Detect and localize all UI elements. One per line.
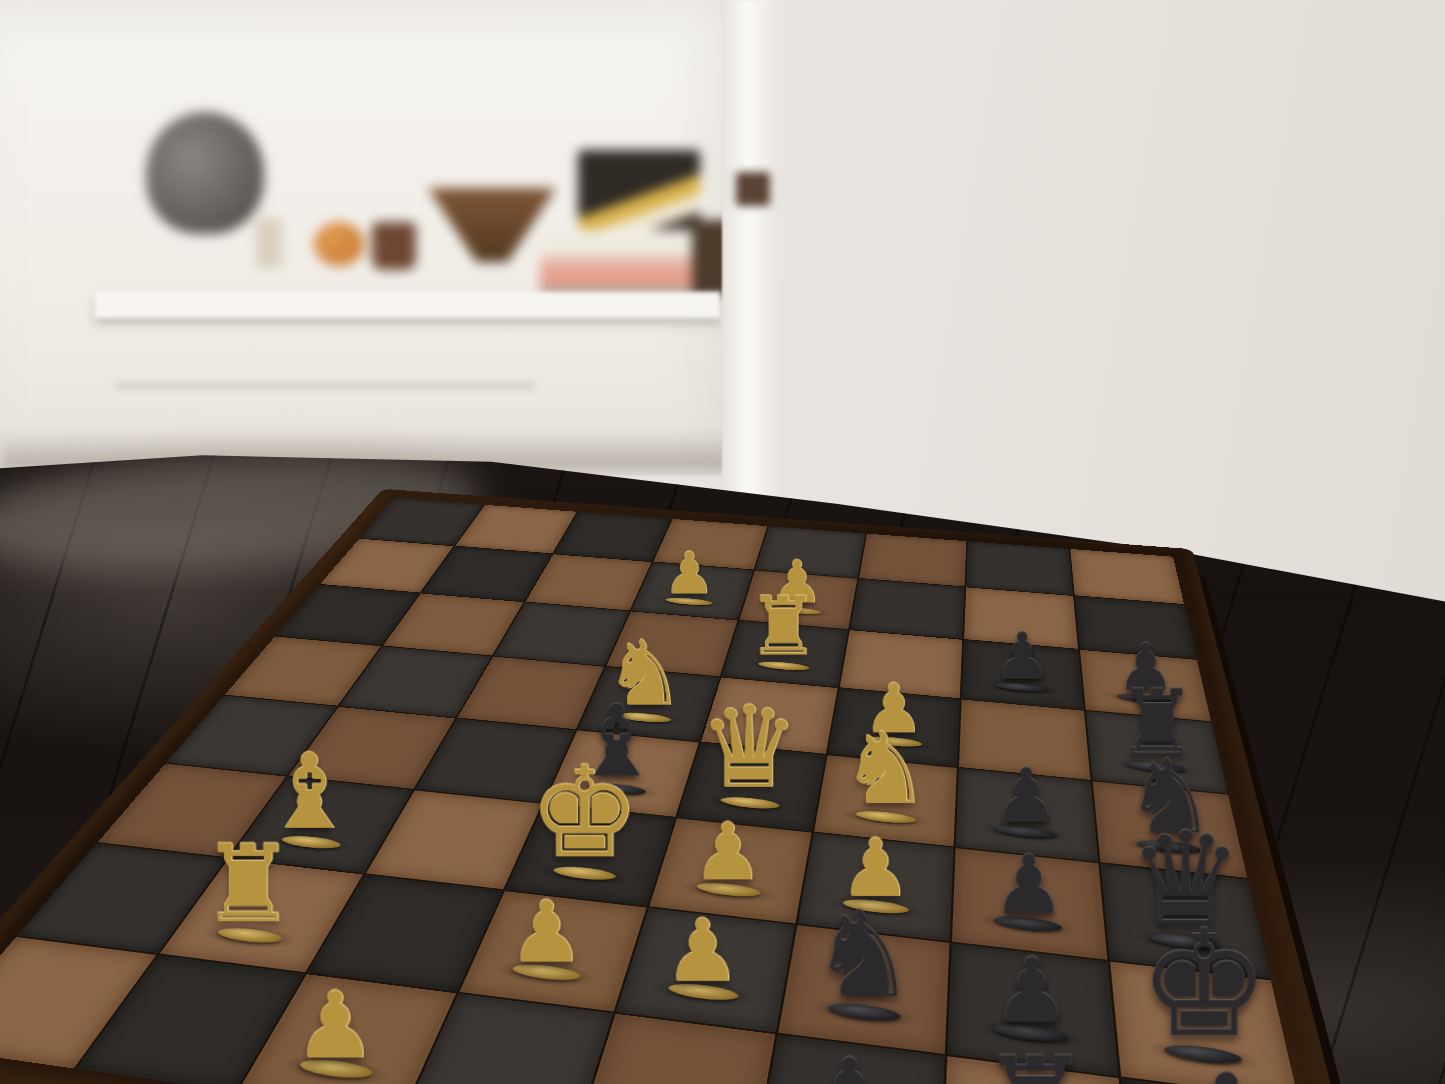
square-c5: ♜	[722, 620, 849, 687]
piece-black-pawn: ♟	[953, 845, 1103, 926]
piece-black-bishop: ♝	[1134, 1057, 1319, 1084]
ceramic-cup	[372, 222, 416, 270]
drawer-seam	[115, 382, 535, 390]
piece-black-pawn: ♟	[949, 947, 1113, 1036]
framed-art	[578, 150, 700, 230]
square-h7: ♜	[941, 1056, 1131, 1084]
shelf-board	[95, 292, 720, 318]
piece-white-pawn: ♟	[623, 908, 782, 994]
square-b6	[850, 579, 964, 639]
shelf-objects	[0, 0, 800, 320]
square-c7: ♟	[961, 640, 1083, 710]
wooden-bowl	[428, 188, 556, 262]
piece-black-king: ♚	[1120, 911, 1287, 1058]
piece-black-rook: ♜	[944, 1041, 1126, 1084]
square-g4: ♟	[459, 891, 647, 1012]
stone-sculpture	[146, 112, 264, 234]
piece-white-rook: ♜	[173, 832, 324, 938]
square-h3: ♟	[237, 974, 456, 1084]
square-h8: ♝	[1121, 1078, 1332, 1084]
piece-black-pawn: ♟	[957, 759, 1094, 834]
piece-white-knight: ♞	[818, 720, 954, 820]
piece-white-queen: ♛	[682, 692, 816, 805]
piece-black-knight: ♞	[783, 896, 944, 1015]
piece-white-king: ♚	[513, 750, 656, 876]
candle	[256, 218, 282, 268]
piece-black-pawn: ♟	[760, 1047, 939, 1084]
square-a6	[859, 534, 966, 587]
piece-white-pawn: ♟	[468, 890, 624, 975]
square-a8	[1070, 549, 1184, 604]
square-g6: ♞	[779, 925, 949, 1054]
piece-white-pawn: ♟	[250, 981, 419, 1073]
photo-scene: ♟♟♜♟♟♞♟♜♝♛♞♟♞♝♚♟♟♟♛♜♟♟♞♟♚♟♟♜♝	[0, 0, 1445, 1084]
piece-white-pawn: ♟	[655, 813, 800, 892]
square-g5: ♟	[616, 907, 795, 1032]
piece-black-pawn: ♟	[963, 625, 1081, 689]
orange-gourd	[314, 222, 364, 266]
book-stack	[540, 238, 708, 300]
pillar-knob	[736, 172, 770, 206]
piece-white-rook: ♜	[725, 586, 840, 667]
square-a7	[966, 541, 1073, 595]
